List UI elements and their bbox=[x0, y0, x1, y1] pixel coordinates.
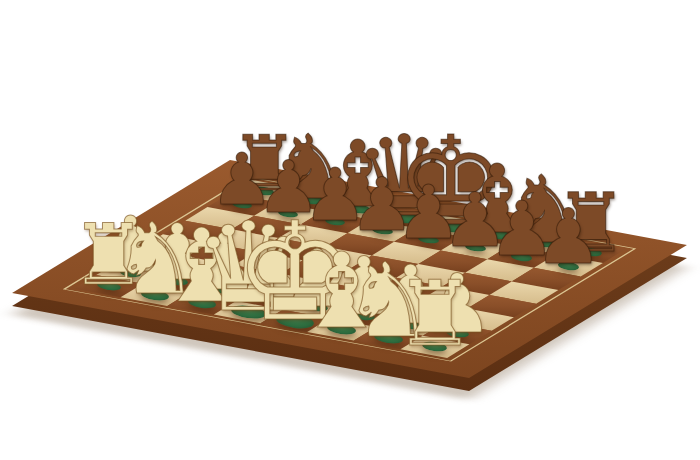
piece-white-rook-h1[interactable]: ♜ bbox=[395, 270, 475, 360]
piece-black-pawn-h7[interactable]: ♟ bbox=[534, 200, 602, 276]
pieces-layer: ♜♞♝♛♚♝♞♜♟♟♟♟♟♟♟♟♟♟♟♟♟♟♟♟♜♞♝♛♚♝♞♜ bbox=[0, 0, 700, 460]
chess-set-photo: ♜♞♝♛♚♝♞♜♟♟♟♟♟♟♟♟♟♟♟♟♟♟♟♟♜♞♝♛♚♝♞♜ bbox=[0, 0, 700, 460]
